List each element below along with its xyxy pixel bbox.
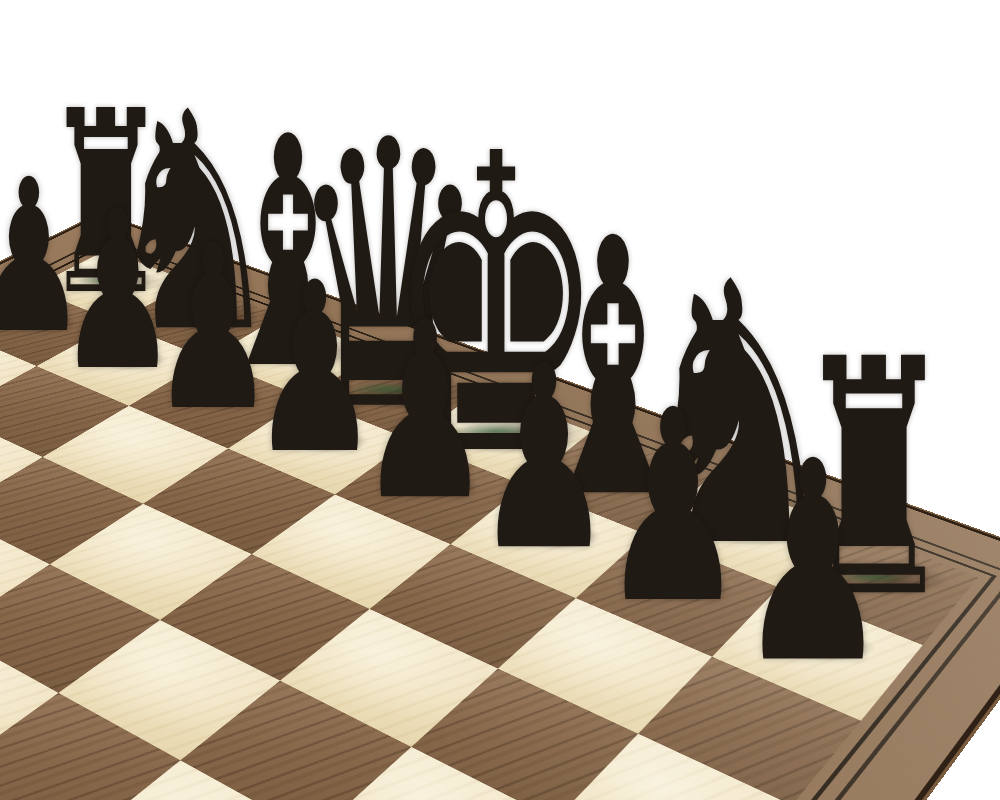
- black-pawn-h7: ♟: [698, 441, 927, 697]
- chess-set-photo-scene: ♜♞♝♛♚♝♞♜♟♟♟♟♟♟♟♟: [0, 0, 1000, 800]
- pawn-glyph: ♟: [737, 425, 888, 701]
- pieces-layer: ♜♞♝♛♚♝♞♜♟♟♟♟♟♟♟♟: [0, 0, 1000, 800]
